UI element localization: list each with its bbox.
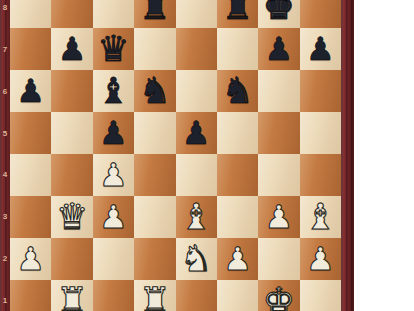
piece-black-pawn-g7[interactable]: ♟ xyxy=(265,28,294,70)
chess-board: 8 7 6 5 4 3 2 1 ♜♜♚♟♛♟♟♟♝♞♞♟♟♟♛♟♝♟♝♟♞♟♟♜… xyxy=(0,0,354,311)
square-b7[interactable]: ♟ xyxy=(51,28,92,70)
square-a4[interactable] xyxy=(10,154,51,196)
piece-white-queen-b3[interactable]: ♛ xyxy=(56,196,88,238)
square-a6[interactable]: ♟ xyxy=(10,70,51,112)
chess-diagram: 8 7 6 5 4 3 2 1 ♜♜♚♟♛♟♟♟♝♞♞♟♟♟♛♟♝♟♝♟♞♟♟♜… xyxy=(0,0,414,311)
rank-label-2: 2 xyxy=(0,253,10,264)
piece-white-rook-b1[interactable]: ♜ xyxy=(56,280,88,311)
square-e6[interactable] xyxy=(176,70,217,112)
square-a8[interactable] xyxy=(10,0,51,28)
square-e1[interactable] xyxy=(176,280,217,311)
square-d4[interactable] xyxy=(134,154,175,196)
square-b6[interactable] xyxy=(51,70,92,112)
square-a2[interactable]: ♟ xyxy=(10,238,51,280)
square-d7[interactable] xyxy=(134,28,175,70)
square-d5[interactable] xyxy=(134,112,175,154)
square-f2[interactable]: ♟ xyxy=(217,238,258,280)
square-b3[interactable]: ♛ xyxy=(51,196,92,238)
square-c7[interactable]: ♛ xyxy=(93,28,134,70)
square-c2[interactable] xyxy=(93,238,134,280)
piece-black-knight-f6[interactable]: ♞ xyxy=(221,70,253,112)
square-c8[interactable] xyxy=(93,0,134,28)
piece-black-rook-d8[interactable]: ♜ xyxy=(139,0,171,28)
square-d1[interactable]: ♜ xyxy=(134,280,175,311)
piece-white-king-g1[interactable]: ♚ xyxy=(263,280,295,311)
square-c5[interactable]: ♟ xyxy=(93,112,134,154)
piece-black-pawn-b7[interactable]: ♟ xyxy=(58,28,87,70)
square-g6[interactable] xyxy=(258,70,299,112)
piece-black-knight-d6[interactable]: ♞ xyxy=(139,70,171,112)
square-d6[interactable]: ♞ xyxy=(134,70,175,112)
square-c4[interactable]: ♟ xyxy=(93,154,134,196)
square-e3[interactable]: ♝ xyxy=(176,196,217,238)
square-g7[interactable]: ♟ xyxy=(258,28,299,70)
square-a1[interactable] xyxy=(10,280,51,311)
piece-white-rook-d1[interactable]: ♜ xyxy=(139,280,171,311)
square-d8[interactable]: ♜ xyxy=(134,0,175,28)
square-g3[interactable]: ♟ xyxy=(258,196,299,238)
square-b2[interactable] xyxy=(51,238,92,280)
piece-white-pawn-a2[interactable]: ♟ xyxy=(16,238,45,280)
piece-black-bishop-c6[interactable]: ♝ xyxy=(97,70,129,112)
square-h3[interactable]: ♝ xyxy=(300,196,341,238)
square-c6[interactable]: ♝ xyxy=(93,70,134,112)
rank-label-5: 5 xyxy=(0,128,10,139)
square-c1[interactable] xyxy=(93,280,134,311)
square-g8[interactable]: ♚ xyxy=(258,0,299,28)
square-h1[interactable] xyxy=(300,280,341,311)
square-h6[interactable] xyxy=(300,70,341,112)
board-right-border xyxy=(341,0,354,311)
square-g4[interactable] xyxy=(258,154,299,196)
piece-white-pawn-f2[interactable]: ♟ xyxy=(223,238,252,280)
piece-black-rook-f8[interactable]: ♜ xyxy=(221,0,253,28)
piece-black-pawn-e5[interactable]: ♟ xyxy=(182,112,211,154)
square-g2[interactable] xyxy=(258,238,299,280)
rank-label-8: 8 xyxy=(0,2,10,13)
square-e8[interactable] xyxy=(176,0,217,28)
square-f7[interactable] xyxy=(217,28,258,70)
square-b5[interactable] xyxy=(51,112,92,154)
piece-black-pawn-h7[interactable]: ♟ xyxy=(306,28,335,70)
square-h8[interactable] xyxy=(300,0,341,28)
board-left-border: 8 7 6 5 4 3 2 1 xyxy=(0,0,10,311)
square-e5[interactable]: ♟ xyxy=(176,112,217,154)
square-h4[interactable] xyxy=(300,154,341,196)
square-g5[interactable] xyxy=(258,112,299,154)
piece-white-pawn-h2[interactable]: ♟ xyxy=(306,238,335,280)
square-d2[interactable] xyxy=(134,238,175,280)
piece-white-knight-e2[interactable]: ♞ xyxy=(180,238,212,280)
square-g1[interactable]: ♚ xyxy=(258,280,299,311)
square-c3[interactable]: ♟ xyxy=(93,196,134,238)
square-e2[interactable]: ♞ xyxy=(176,238,217,280)
rank-label-7: 7 xyxy=(0,44,10,55)
square-e7[interactable] xyxy=(176,28,217,70)
square-h5[interactable] xyxy=(300,112,341,154)
piece-black-king-g8[interactable]: ♚ xyxy=(263,0,295,28)
square-f4[interactable] xyxy=(217,154,258,196)
piece-white-pawn-c3[interactable]: ♟ xyxy=(99,196,128,238)
square-a7[interactable] xyxy=(10,28,51,70)
piece-black-queen-c7[interactable]: ♛ xyxy=(97,28,129,70)
square-b8[interactable] xyxy=(51,0,92,28)
square-f3[interactable] xyxy=(217,196,258,238)
rank-label-6: 6 xyxy=(0,86,10,97)
square-b1[interactable]: ♜ xyxy=(51,280,92,311)
square-f8[interactable]: ♜ xyxy=(217,0,258,28)
square-e4[interactable] xyxy=(176,154,217,196)
piece-black-pawn-a6[interactable]: ♟ xyxy=(16,70,45,112)
piece-white-bishop-e3[interactable]: ♝ xyxy=(180,196,212,238)
board-squares-grid: ♜♜♚♟♛♟♟♟♝♞♞♟♟♟♛♟♝♟♝♟♞♟♟♜♜♚ xyxy=(10,0,341,311)
piece-white-pawn-c4[interactable]: ♟ xyxy=(99,154,128,196)
piece-white-pawn-g3[interactable]: ♟ xyxy=(265,196,294,238)
square-b4[interactable] xyxy=(51,154,92,196)
square-f5[interactable] xyxy=(217,112,258,154)
square-h7[interactable]: ♟ xyxy=(300,28,341,70)
square-a3[interactable] xyxy=(10,196,51,238)
square-h2[interactable]: ♟ xyxy=(300,238,341,280)
piece-white-bishop-h3[interactable]: ♝ xyxy=(304,196,336,238)
piece-black-pawn-c5[interactable]: ♟ xyxy=(99,112,128,154)
rank-label-4: 4 xyxy=(0,169,10,180)
square-d3[interactable] xyxy=(134,196,175,238)
rank-label-3: 3 xyxy=(0,211,10,222)
square-f6[interactable]: ♞ xyxy=(217,70,258,112)
square-a5[interactable] xyxy=(10,112,51,154)
rank-label-1: 1 xyxy=(0,295,10,306)
square-f1[interactable] xyxy=(217,280,258,311)
